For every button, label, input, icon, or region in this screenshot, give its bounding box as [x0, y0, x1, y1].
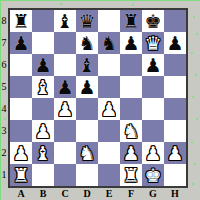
square-d4[interactable] — [76, 98, 98, 120]
square-c4[interactable]: ♟ — [54, 98, 76, 120]
rank-label-6: 6 — [0, 54, 8, 76]
square-b5[interactable]: ♝ — [32, 76, 54, 98]
board-frame: ♜♝♛♜♚♟♞♞♟♛♟♟♝♟♝♟♟♟♟♟♞♟♝♞♟♟♟♜♜♚ — [8, 8, 188, 188]
rank-label-8: 8 — [0, 10, 8, 32]
piece-white-pawn[interactable]: ♟ — [54, 98, 76, 120]
square-e1[interactable] — [98, 164, 120, 186]
chess-app-window: 87654321 ♜♝♛♜♚♟♞♞♟♛♟♟♝♟♝♟♟♟♟♟♞♟♝♞♟♟♟♜♜♚ … — [0, 0, 200, 200]
rank-label-1: 1 — [0, 164, 8, 186]
square-d2[interactable]: ♞ — [76, 142, 98, 164]
file-label-e: E — [98, 188, 120, 199]
square-e6[interactable] — [98, 54, 120, 76]
file-label-a: A — [10, 188, 32, 199]
square-g8[interactable]: ♚ — [142, 10, 164, 32]
square-d5[interactable]: ♟ — [76, 76, 98, 98]
square-b8[interactable] — [32, 10, 54, 32]
square-g7[interactable]: ♛ — [142, 32, 164, 54]
rank-label-7: 7 — [0, 32, 8, 54]
rank-label-3: 3 — [0, 120, 8, 142]
square-f1[interactable]: ♜ — [120, 164, 142, 186]
piece-black-knight[interactable]: ♞ — [98, 32, 120, 54]
square-d3[interactable] — [76, 120, 98, 142]
square-a6[interactable] — [10, 54, 32, 76]
square-d1[interactable] — [76, 164, 98, 186]
piece-white-rook[interactable]: ♜ — [10, 164, 32, 186]
square-e8[interactable] — [98, 10, 120, 32]
square-h6[interactable] — [164, 54, 186, 76]
square-a7[interactable]: ♟ — [10, 32, 32, 54]
square-a3[interactable] — [10, 120, 32, 142]
piece-black-pawn[interactable]: ♟ — [164, 32, 186, 54]
square-f8[interactable]: ♜ — [120, 10, 142, 32]
square-g2[interactable]: ♟ — [142, 142, 164, 164]
square-e3[interactable] — [98, 120, 120, 142]
square-f4[interactable] — [120, 98, 142, 120]
square-e5[interactable] — [98, 76, 120, 98]
rank-label-5: 5 — [0, 76, 8, 98]
piece-black-pawn[interactable]: ♟ — [54, 76, 76, 98]
square-c6[interactable] — [54, 54, 76, 76]
square-c8[interactable]: ♝ — [54, 10, 76, 32]
piece-black-pawn[interactable]: ♟ — [120, 32, 142, 54]
piece-black-knight[interactable]: ♞ — [76, 32, 98, 54]
square-g6[interactable]: ♟ — [142, 54, 164, 76]
piece-white-pawn[interactable]: ♟ — [32, 120, 54, 142]
square-h2[interactable]: ♟ — [164, 142, 186, 164]
square-d8[interactable]: ♛ — [76, 10, 98, 32]
square-a2[interactable]: ♟ — [10, 142, 32, 164]
piece-white-knight[interactable]: ♞ — [76, 142, 98, 164]
piece-black-pawn[interactable]: ♟ — [10, 32, 32, 54]
square-b4[interactable] — [32, 98, 54, 120]
file-label-g: G — [142, 188, 164, 199]
square-c5[interactable]: ♟ — [54, 76, 76, 98]
square-e4[interactable]: ♟ — [98, 98, 120, 120]
piece-black-rook[interactable]: ♜ — [10, 10, 32, 32]
piece-white-knight[interactable]: ♞ — [120, 120, 142, 142]
square-f5[interactable] — [120, 76, 142, 98]
piece-white-bishop[interactable]: ♝ — [32, 142, 54, 164]
piece-black-king[interactable]: ♚ — [142, 10, 164, 32]
rank-labels: 87654321 — [0, 10, 8, 186]
piece-black-bishop[interactable]: ♝ — [76, 54, 98, 76]
square-h4[interactable] — [164, 98, 186, 120]
square-c1[interactable] — [54, 164, 76, 186]
square-c2[interactable] — [54, 142, 76, 164]
square-g5[interactable] — [142, 76, 164, 98]
piece-white-pawn[interactable]: ♟ — [98, 98, 120, 120]
square-b7[interactable] — [32, 32, 54, 54]
piece-white-pawn[interactable]: ♟ — [10, 142, 32, 164]
square-a4[interactable] — [10, 98, 32, 120]
square-a5[interactable] — [10, 76, 32, 98]
square-h8[interactable] — [164, 10, 186, 32]
square-d7[interactable]: ♞ — [76, 32, 98, 54]
square-f6[interactable] — [120, 54, 142, 76]
file-label-b: B — [32, 188, 54, 199]
square-a1[interactable]: ♜ — [10, 164, 32, 186]
file-label-f: F — [120, 188, 142, 199]
file-labels: ABCDEFGH — [10, 188, 186, 199]
piece-black-queen[interactable]: ♛ — [76, 10, 98, 32]
piece-white-bishop[interactable]: ♝ — [32, 76, 54, 98]
rank-label-2: 2 — [0, 142, 8, 164]
square-h3[interactable] — [164, 120, 186, 142]
square-g3[interactable] — [142, 120, 164, 142]
file-label-d: D — [76, 188, 98, 199]
piece-white-pawn[interactable]: ♟ — [142, 142, 164, 164]
piece-white-pawn[interactable]: ♟ — [164, 142, 186, 164]
piece-black-rook[interactable]: ♜ — [120, 10, 142, 32]
square-f7[interactable]: ♟ — [120, 32, 142, 54]
square-f2[interactable]: ♟ — [120, 142, 142, 164]
piece-white-king[interactable]: ♚ — [142, 164, 164, 186]
square-e2[interactable] — [98, 142, 120, 164]
green-edge-top — [0, 0, 200, 1]
square-h5[interactable] — [164, 76, 186, 98]
square-g4[interactable] — [142, 98, 164, 120]
square-g1[interactable]: ♚ — [142, 164, 164, 186]
square-c7[interactable] — [54, 32, 76, 54]
piece-black-pawn[interactable]: ♟ — [142, 54, 164, 76]
file-label-h: H — [164, 188, 186, 199]
square-d6[interactable]: ♝ — [76, 54, 98, 76]
square-b3[interactable]: ♟ — [32, 120, 54, 142]
square-h7[interactable]: ♟ — [164, 32, 186, 54]
square-a8[interactable]: ♜ — [10, 10, 32, 32]
square-e7[interactable]: ♞ — [98, 32, 120, 54]
square-b6[interactable]: ♟ — [32, 54, 54, 76]
square-h1[interactable] — [164, 164, 186, 186]
piece-white-pawn[interactable]: ♟ — [120, 142, 142, 164]
square-b1[interactable] — [32, 164, 54, 186]
piece-white-rook[interactable]: ♜ — [120, 164, 142, 186]
piece-black-pawn[interactable]: ♟ — [76, 76, 98, 98]
piece-white-queen[interactable]: ♛ — [142, 32, 164, 54]
square-f3[interactable]: ♞ — [120, 120, 142, 142]
square-b2[interactable]: ♝ — [32, 142, 54, 164]
piece-black-bishop[interactable]: ♝ — [54, 10, 76, 32]
chess-board[interactable]: ♜♝♛♜♚♟♞♞♟♛♟♟♝♟♝♟♟♟♟♟♞♟♝♞♟♟♟♜♜♚ — [10, 10, 186, 186]
piece-black-pawn[interactable]: ♟ — [32, 54, 54, 76]
rank-label-4: 4 — [0, 98, 8, 120]
file-label-c: C — [54, 188, 76, 199]
margin-speckles — [0, 0, 2, 2]
square-c3[interactable] — [54, 120, 76, 142]
